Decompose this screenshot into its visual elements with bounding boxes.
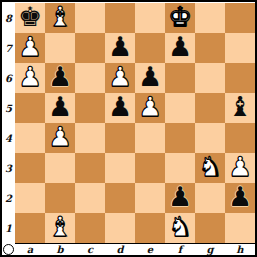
square-c6[interactable] [75,63,105,93]
square-g5[interactable] [195,93,225,123]
square-h7[interactable] [225,33,255,63]
square-b6[interactable]: ♟︎ [45,63,75,93]
square-h5[interactable]: ♝ [225,93,255,123]
square-b7[interactable] [45,33,75,63]
square-g3[interactable]: ♞ [195,153,225,183]
square-g1[interactable] [195,213,225,243]
file-label-e: e [135,244,165,255]
piece-black-pawn-h2[interactable]: ♟︎ [228,182,252,212]
rank-label-4: 4 [2,123,15,153]
square-a1[interactable] [15,213,45,243]
square-b2[interactable] [45,183,75,213]
square-a4[interactable] [15,123,45,153]
file-label-a: a [15,244,45,255]
file-label-c: c [75,244,105,255]
square-e7[interactable] [135,33,165,63]
file-label-g: g [195,244,225,255]
file-label-d: d [105,244,135,255]
rank-labels: 87654321 [2,3,15,243]
piece-white-pawn-b4[interactable]: ♟︎ [48,122,72,152]
piece-white-king-f8[interactable]: ♚ [168,2,192,32]
square-f6[interactable] [165,63,195,93]
square-h2[interactable]: ♟︎ [225,183,255,213]
square-h8[interactable] [225,3,255,33]
square-c3[interactable] [75,153,105,183]
square-d4[interactable] [105,123,135,153]
file-label-b: b [45,244,75,255]
square-e1[interactable] [135,213,165,243]
square-a7[interactable]: ♟︎ [15,33,45,63]
white-to-move-indicator [3,244,14,255]
square-e3[interactable] [135,153,165,183]
piece-black-king-a8[interactable]: ♚ [18,2,42,32]
square-d3[interactable] [105,153,135,183]
file-label-h: h [225,244,255,255]
square-e5[interactable]: ♟︎ [135,93,165,123]
square-e4[interactable] [135,123,165,153]
rank-label-3: 3 [2,153,15,183]
rank-label-1: 1 [2,213,15,243]
piece-black-pawn-f2[interactable]: ♟︎ [168,182,192,212]
square-a8[interactable]: ♚ [15,3,45,33]
square-e2[interactable] [135,183,165,213]
piece-white-knight-f1[interactable]: ♞ [168,212,192,242]
square-b4[interactable]: ♟︎ [45,123,75,153]
file-label-f: f [165,244,195,255]
square-f8[interactable]: ♚ [165,3,195,33]
square-g2[interactable] [195,183,225,213]
square-g4[interactable] [195,123,225,153]
square-f5[interactable] [165,93,195,123]
piece-black-pawn-d7[interactable]: ♟︎ [108,32,132,62]
rank-label-5: 5 [2,93,15,123]
square-b3[interactable] [45,153,75,183]
square-c7[interactable] [75,33,105,63]
square-c2[interactable] [75,183,105,213]
square-a3[interactable] [15,153,45,183]
chess-diagram: 87654321 ♚♝♚♟︎♟︎♟︎♟︎♟︎♟︎♟︎♟︎♟︎♟︎♝♟︎♞♟︎♟︎… [0,0,257,257]
piece-black-pawn-b6[interactable]: ♟︎ [48,62,72,92]
piece-white-pawn-h3[interactable]: ♟︎ [228,152,252,182]
square-c8[interactable] [75,3,105,33]
piece-white-pawn-d6[interactable]: ♟︎ [108,62,132,92]
square-e8[interactable] [135,3,165,33]
square-f3[interactable] [165,153,195,183]
square-d6[interactable]: ♟︎ [105,63,135,93]
square-f1[interactable]: ♞ [165,213,195,243]
rank-label-6: 6 [2,63,15,93]
square-c4[interactable] [75,123,105,153]
rank-label-2: 2 [2,183,15,213]
piece-white-pawn-a6[interactable]: ♟︎ [18,62,42,92]
square-g8[interactable] [195,3,225,33]
piece-white-bishop-b8[interactable]: ♝ [48,2,72,32]
square-b8[interactable]: ♝ [45,3,75,33]
square-f7[interactable]: ♟︎ [165,33,195,63]
piece-black-pawn-f7[interactable]: ♟︎ [168,32,192,62]
rank-label-7: 7 [2,33,15,63]
square-f4[interactable] [165,123,195,153]
square-d8[interactable] [105,3,135,33]
square-f2[interactable]: ♟︎ [165,183,195,213]
square-d5[interactable]: ♟︎ [105,93,135,123]
square-h4[interactable] [225,123,255,153]
square-d1[interactable] [105,213,135,243]
piece-black-bishop-h5[interactable]: ♝ [228,92,252,122]
square-b1[interactable]: ♝ [45,213,75,243]
square-d7[interactable]: ♟︎ [105,33,135,63]
square-c5[interactable] [75,93,105,123]
rank-label-8: 8 [2,3,15,33]
square-c1[interactable] [75,213,105,243]
file-labels: abcdefgh [15,244,255,255]
square-g6[interactable] [195,63,225,93]
piece-white-pawn-a7[interactable]: ♟︎ [18,32,42,62]
square-h6[interactable] [225,63,255,93]
piece-white-pawn-e5[interactable]: ♟︎ [138,92,162,122]
square-d2[interactable] [105,183,135,213]
square-a2[interactable] [15,183,45,213]
piece-white-knight-g3[interactable]: ♞ [198,152,222,182]
piece-black-pawn-d5[interactable]: ♟︎ [108,92,132,122]
square-e6[interactable]: ♟︎ [135,63,165,93]
piece-black-pawn-e6[interactable]: ♟︎ [138,62,162,92]
square-a5[interactable] [15,93,45,123]
square-h3[interactable]: ♟︎ [225,153,255,183]
square-b5[interactable]: ♟︎ [45,93,75,123]
square-g7[interactable] [195,33,225,63]
piece-white-bishop-b1[interactable]: ♝ [48,212,72,242]
piece-black-pawn-b5[interactable]: ♟︎ [48,92,72,122]
chess-board: ♚♝♚♟︎♟︎♟︎♟︎♟︎♟︎♟︎♟︎♟︎♟︎♝♟︎♞♟︎♟︎♟︎♝♞ [15,3,255,244]
square-h1[interactable] [225,213,255,243]
square-a6[interactable]: ♟︎ [15,63,45,93]
